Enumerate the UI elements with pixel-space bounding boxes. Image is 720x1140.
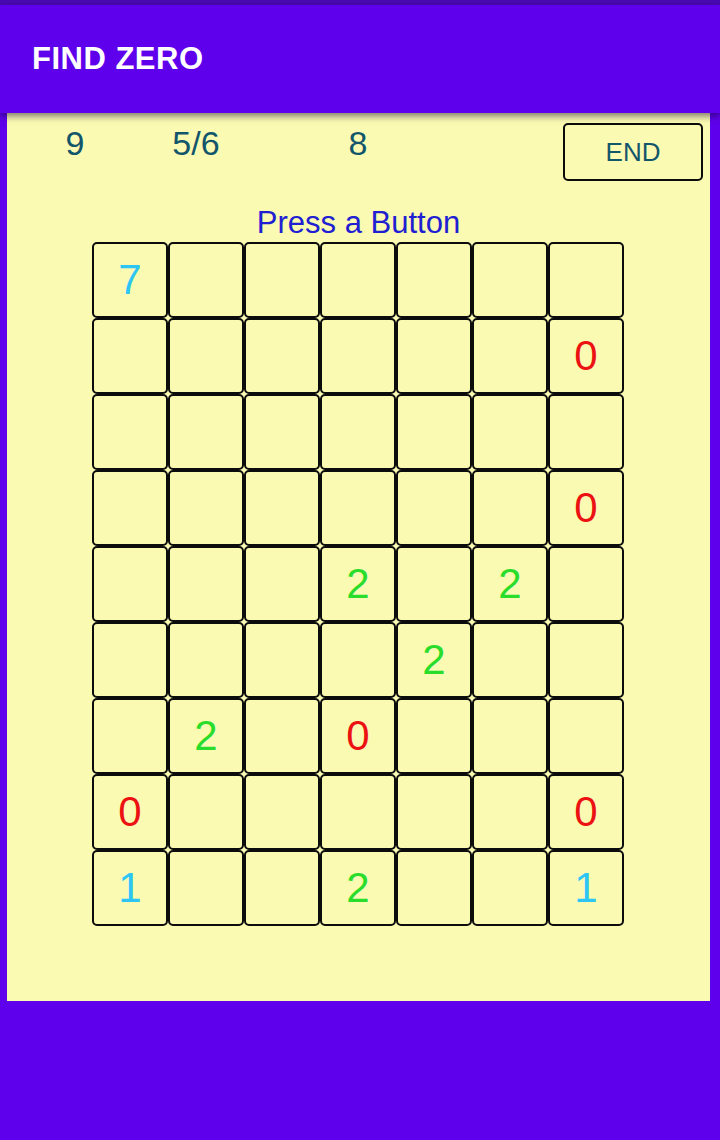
cell-r3-c3[interactable] bbox=[244, 394, 320, 470]
cell-r6-c5[interactable]: 2 bbox=[396, 622, 472, 698]
cell-r4-c3[interactable] bbox=[244, 470, 320, 546]
cell-r8-c1[interactable]: 0 bbox=[92, 774, 168, 850]
cell-r7-c2[interactable]: 2 bbox=[168, 698, 244, 774]
cell-r3-c4[interactable] bbox=[320, 394, 396, 470]
cell-r8-c7[interactable]: 0 bbox=[548, 774, 624, 850]
cell-r2-c4[interactable] bbox=[320, 318, 396, 394]
cell-r2-c7[interactable]: 0 bbox=[548, 318, 624, 394]
cell-digit: 2 bbox=[346, 563, 369, 605]
cell-r1-c2[interactable] bbox=[168, 242, 244, 318]
cell-r5-c1[interactable] bbox=[92, 546, 168, 622]
cell-r5-c3[interactable] bbox=[244, 546, 320, 622]
cell-r4-c1[interactable] bbox=[92, 470, 168, 546]
cell-r3-c2[interactable] bbox=[168, 394, 244, 470]
cell-r4-c4[interactable] bbox=[320, 470, 396, 546]
stat-left: 9 bbox=[66, 123, 85, 163]
cell-digit: 0 bbox=[574, 487, 597, 529]
cell-r4-c6[interactable] bbox=[472, 470, 548, 546]
cell-r2-c2[interactable] bbox=[168, 318, 244, 394]
app-bar: FIND ZERO bbox=[0, 5, 720, 113]
cell-r8-c3[interactable] bbox=[244, 774, 320, 850]
board-grid: 7002222000121 bbox=[92, 242, 624, 926]
cell-digit: 0 bbox=[118, 791, 141, 833]
end-button[interactable]: END bbox=[563, 123, 703, 181]
cell-r4-c2[interactable] bbox=[168, 470, 244, 546]
cell-digit: 1 bbox=[118, 867, 141, 909]
cell-r7-c5[interactable] bbox=[396, 698, 472, 774]
cell-r7-c3[interactable] bbox=[244, 698, 320, 774]
cell-r6-c2[interactable] bbox=[168, 622, 244, 698]
game-panel: 9 5/6 8 END Press a Button 7002222000121 bbox=[7, 113, 710, 1001]
cell-r4-c5[interactable] bbox=[396, 470, 472, 546]
cell-digit: 2 bbox=[498, 563, 521, 605]
cell-r9-c7[interactable]: 1 bbox=[548, 850, 624, 926]
cell-r8-c6[interactable] bbox=[472, 774, 548, 850]
cell-r1-c3[interactable] bbox=[244, 242, 320, 318]
cell-r9-c2[interactable] bbox=[168, 850, 244, 926]
cell-r9-c6[interactable] bbox=[472, 850, 548, 926]
cell-r3-c5[interactable] bbox=[396, 394, 472, 470]
cell-digit: 2 bbox=[422, 639, 445, 681]
cell-r6-c7[interactable] bbox=[548, 622, 624, 698]
cell-r2-c3[interactable] bbox=[244, 318, 320, 394]
cell-r5-c5[interactable] bbox=[396, 546, 472, 622]
cell-r6-c6[interactable] bbox=[472, 622, 548, 698]
cell-r2-c6[interactable] bbox=[472, 318, 548, 394]
cell-digit: 0 bbox=[574, 335, 597, 377]
cell-r3-c1[interactable] bbox=[92, 394, 168, 470]
cell-r8-c2[interactable] bbox=[168, 774, 244, 850]
cell-r8-c5[interactable] bbox=[396, 774, 472, 850]
cell-r7-c6[interactable] bbox=[472, 698, 548, 774]
cell-r4-c7[interactable]: 0 bbox=[548, 470, 624, 546]
cell-r8-c4[interactable] bbox=[320, 774, 396, 850]
cell-r9-c1[interactable]: 1 bbox=[92, 850, 168, 926]
cell-digit: 1 bbox=[574, 867, 597, 909]
cell-r5-c7[interactable] bbox=[548, 546, 624, 622]
cell-r9-c4[interactable]: 2 bbox=[320, 850, 396, 926]
cell-r1-c5[interactable] bbox=[396, 242, 472, 318]
cell-r1-c7[interactable] bbox=[548, 242, 624, 318]
cell-r7-c7[interactable] bbox=[548, 698, 624, 774]
cell-r9-c3[interactable] bbox=[244, 850, 320, 926]
cell-digit: 0 bbox=[346, 715, 369, 757]
cell-digit: 7 bbox=[118, 259, 141, 301]
cell-r5-c4[interactable]: 2 bbox=[320, 546, 396, 622]
cell-r6-c3[interactable] bbox=[244, 622, 320, 698]
cell-r5-c6[interactable]: 2 bbox=[472, 546, 548, 622]
cell-r6-c1[interactable] bbox=[92, 622, 168, 698]
cell-r9-c5[interactable] bbox=[396, 850, 472, 926]
cell-r3-c7[interactable] bbox=[548, 394, 624, 470]
cell-r6-c4[interactable] bbox=[320, 622, 396, 698]
cell-r1-c4[interactable] bbox=[320, 242, 396, 318]
stat-right: 8 bbox=[349, 123, 368, 163]
cell-r2-c1[interactable] bbox=[92, 318, 168, 394]
cell-r1-c1[interactable]: 7 bbox=[92, 242, 168, 318]
cell-r1-c6[interactable] bbox=[472, 242, 548, 318]
app-title: FIND ZERO bbox=[32, 41, 204, 77]
stat-middle: 5/6 bbox=[172, 123, 219, 163]
cell-digit: 0 bbox=[574, 791, 597, 833]
cell-r7-c1[interactable] bbox=[92, 698, 168, 774]
status-message: Press a Button bbox=[7, 203, 710, 243]
cell-r5-c2[interactable] bbox=[168, 546, 244, 622]
cell-r3-c6[interactable] bbox=[472, 394, 548, 470]
cell-r2-c5[interactable] bbox=[396, 318, 472, 394]
cell-digit: 2 bbox=[346, 867, 369, 909]
cell-r7-c4[interactable]: 0 bbox=[320, 698, 396, 774]
cell-digit: 2 bbox=[194, 715, 217, 757]
